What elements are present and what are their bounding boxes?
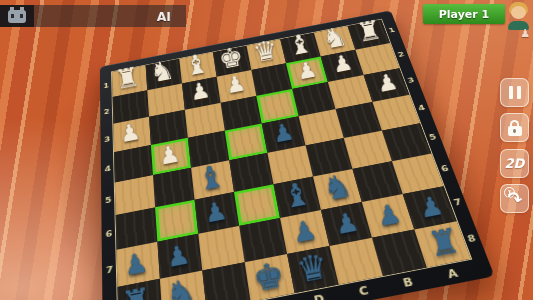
square-e5[interactable] — [229, 153, 273, 192]
square-g3[interactable] — [149, 110, 188, 145]
rank-label-2: 2 — [101, 97, 112, 126]
human-player-bar: Player 1 — [423, 4, 505, 24]
square-d4[interactable]: ♟ — [262, 116, 306, 153]
board-grid: ♜♞♝♚♛♝♞♜♟♟♟♟♟♟♟♟♝♟♝♞♟♟♟♟♟♟♜♞♚♛♜ — [112, 20, 471, 300]
square-h3[interactable]: ♟ — [113, 117, 151, 152]
piece-blue-pawn: ♟ — [192, 192, 239, 234]
square-c4[interactable] — [299, 109, 344, 145]
square-c8[interactable] — [329, 238, 382, 285]
lock-icon — [508, 120, 522, 136]
robot-icon — [0, 5, 34, 27]
square-e6[interactable] — [234, 184, 280, 226]
mode-2d-button[interactable]: 2D — [500, 149, 529, 178]
chess-scene: ♜♞♝♚♛♝♞♜♟♟♟♟♟♟♟♟♝♟♝♞♟♟♟♟♟♟♜♞♚♛♜ 12345678… — [98, 0, 438, 300]
player-avatar-icon — [506, 2, 531, 30]
square-e8[interactable]: ♚ — [245, 254, 295, 300]
captured-white-pawn-icon: ♟ — [520, 27, 530, 40]
rank-label-1: 1 — [101, 72, 112, 99]
chess-board: ♜♞♝♚♛♝♞♜♟♟♟♟♟♟♟♟♝♟♝♞♟♟♟♟♟♟♜♞♚♛♜ 12345678… — [100, 10, 495, 300]
rank-label-8: 8 — [103, 287, 117, 300]
board-frame: ♜♞♝♚♛♝♞♜♟♟♟♟♟♟♟♟♝♟♝♞♟♟♟♟♟♟♜♞♚♛♜ 12345678… — [100, 10, 495, 300]
rank-label-5: 5 — [102, 183, 115, 218]
redo-arrow-icon: ↷ — [505, 188, 524, 209]
2d-mode-label: 2D — [505, 156, 525, 171]
pause-button[interactable] — [500, 78, 529, 107]
rank-label-6: 6 — [102, 215, 115, 252]
lock-button[interactable] — [500, 113, 529, 142]
rank-label-3: 3 — [101, 124, 113, 155]
square-d3[interactable] — [256, 89, 298, 123]
human-player-label: Player 1 — [439, 8, 489, 21]
ai-player-label: AI — [157, 9, 186, 24]
ai-player-bar: AI — [0, 5, 186, 27]
redo-button[interactable]: 1 ↷ — [500, 184, 529, 213]
square-h4[interactable] — [114, 145, 153, 183]
square-d8[interactable]: ♛ — [287, 246, 339, 293]
rank-label-7: 7 — [103, 250, 116, 290]
rank-label-4: 4 — [102, 152, 114, 185]
pause-icon — [509, 86, 521, 99]
